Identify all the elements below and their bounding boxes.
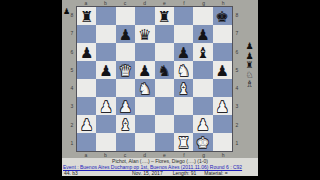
rank-label-5: 5 [234, 67, 240, 73]
rank-label-5: 5 [69, 67, 75, 73]
square-a5 [77, 61, 96, 79]
black-pawn: ♟ [80, 45, 93, 60]
white-pawn: ♟ [216, 99, 229, 114]
rank-label-1: 1 [69, 140, 75, 146]
square-b3: ♟ [96, 97, 115, 115]
square-e8: ♜ [155, 7, 174, 25]
black-pawn: ♟ [177, 45, 190, 60]
square-h3: ♟ [213, 97, 232, 115]
status-line: 44. b3 Nov. 15, 2017 Length: 91 Material… [62, 170, 258, 176]
white-pawn: ♟ [80, 117, 93, 132]
square-f1: ♜ [174, 133, 193, 151]
square-a8: ♜ [77, 7, 96, 25]
rank-label-8: 8 [69, 12, 75, 18]
square-c3: ♟ [116, 97, 135, 115]
chess-board: ♜♜♚♟♛♟♟♟♝♟♛♟♞♞♟♞♝♟♟♟♟♝♟♜♚ [76, 6, 233, 152]
white-rook: ♜ [177, 135, 190, 150]
square-g7: ♟ [193, 25, 212, 43]
square-d5: ♟ [135, 61, 154, 79]
black-rook: ♜ [157, 9, 170, 24]
square-d8 [135, 7, 154, 25]
square-h4 [213, 79, 232, 97]
square-b5: ♟ [96, 61, 115, 79]
black-pawn: ♟ [196, 27, 209, 42]
square-e5: ♞ [155, 61, 174, 79]
square-a6: ♟ [77, 43, 96, 61]
white-bishop: ♝ [119, 117, 132, 132]
square-f5: ♞ [174, 61, 193, 79]
square-h6 [213, 43, 232, 61]
square-c7: ♟ [116, 25, 135, 43]
square-e7 [155, 25, 174, 43]
black-knight: ♞ [157, 63, 170, 78]
white-pawn: ♟ [196, 117, 209, 132]
square-f7 [174, 25, 193, 43]
black-pawn: ♟ [99, 63, 112, 78]
square-f8 [174, 7, 193, 25]
black-bishop: ♝ [196, 45, 209, 60]
captured-white-bishop-icon: ♗ [245, 80, 253, 90]
square-b4 [96, 79, 115, 97]
move-counter: 44. b3 [64, 170, 78, 176]
black-rook: ♜ [80, 9, 93, 24]
black-king: ♚ [216, 9, 229, 24]
rank-labels-left: 87654321 [69, 6, 75, 152]
square-b2 [96, 115, 115, 133]
black-pawn: ♟ [138, 63, 151, 78]
square-b8 [96, 7, 115, 25]
length-label: Length: 91 [173, 170, 197, 176]
rank-label-2: 2 [234, 122, 240, 128]
square-h7 [213, 25, 232, 43]
square-g1: ♚ [193, 133, 212, 151]
square-d2 [135, 115, 154, 133]
square-c2: ♝ [116, 115, 135, 133]
rank-label-6: 6 [234, 49, 240, 55]
rank-label-4: 4 [234, 85, 240, 91]
white-pawn: ♟ [119, 99, 132, 114]
rank-label-2: 2 [69, 122, 75, 128]
info-panel: Pichot, Alan (….) – Flores, Diego (….) (… [62, 158, 258, 176]
square-g3 [193, 97, 212, 115]
square-d3 [135, 97, 154, 115]
square-h5: ♟ [213, 61, 232, 79]
square-e1 [155, 133, 174, 151]
square-h2 [213, 115, 232, 133]
square-e3 [155, 97, 174, 115]
square-c8 [116, 7, 135, 25]
square-d7: ♛ [135, 25, 154, 43]
square-a1 [77, 133, 96, 151]
white-knight: ♞ [177, 63, 190, 78]
square-c5: ♛ [116, 61, 135, 79]
rank-label-7: 7 [69, 30, 75, 36]
square-b7 [96, 25, 115, 43]
square-f6: ♟ [174, 43, 193, 61]
rank-label-8: 8 [234, 12, 240, 18]
square-a4 [77, 79, 96, 97]
square-d1 [135, 133, 154, 151]
square-a2: ♟ [77, 115, 96, 133]
chess-game-viewer: ♟ abcdefgh 87654321 ♜♜♚♟♛♟♟♟♝♟♛♟♞♞♟♞♝♟♟♟… [62, 0, 258, 176]
square-g5 [193, 61, 212, 79]
square-c6 [116, 43, 135, 61]
rank-label-6: 6 [69, 49, 75, 55]
square-e4 [155, 79, 174, 97]
white-knight: ♞ [138, 81, 151, 96]
square-a3 [77, 97, 96, 115]
square-h8: ♚ [213, 7, 232, 25]
white-queen: ♛ [119, 63, 132, 78]
square-g8 [193, 7, 212, 25]
square-f2 [174, 115, 193, 133]
square-a7 [77, 25, 96, 43]
date-label: Nov. 15, 2017 [132, 170, 163, 176]
square-h1 [213, 133, 232, 151]
black-pawn: ♟ [119, 27, 132, 42]
square-d4: ♞ [135, 79, 154, 97]
square-b6 [96, 43, 115, 61]
square-g4 [193, 79, 212, 97]
rank-label-7: 7 [234, 30, 240, 36]
rank-label-1: 1 [234, 140, 240, 146]
rank-labels-right: 87654321 [234, 6, 240, 152]
square-f4: ♝ [174, 79, 193, 97]
white-pawn: ♟ [99, 99, 112, 114]
rank-label-4: 4 [69, 85, 75, 91]
square-f3 [174, 97, 193, 115]
square-g2: ♟ [193, 115, 212, 133]
black-queen: ♛ [138, 27, 151, 42]
square-g6: ♝ [193, 43, 212, 61]
square-c4 [116, 79, 135, 97]
material-balance: Material: = [204, 170, 227, 176]
square-d6 [135, 43, 154, 61]
square-e6 [155, 43, 174, 61]
rank-label-3: 3 [69, 103, 75, 109]
white-bishop: ♝ [177, 81, 190, 96]
square-c1 [116, 133, 135, 151]
rank-label-3: 3 [234, 103, 240, 109]
square-b1 [96, 133, 115, 151]
black-pawn: ♟ [216, 63, 229, 78]
material-tray: ♟♟♜♘♗ [242, 42, 257, 90]
square-e2 [155, 115, 174, 133]
white-king: ♚ [196, 135, 209, 150]
